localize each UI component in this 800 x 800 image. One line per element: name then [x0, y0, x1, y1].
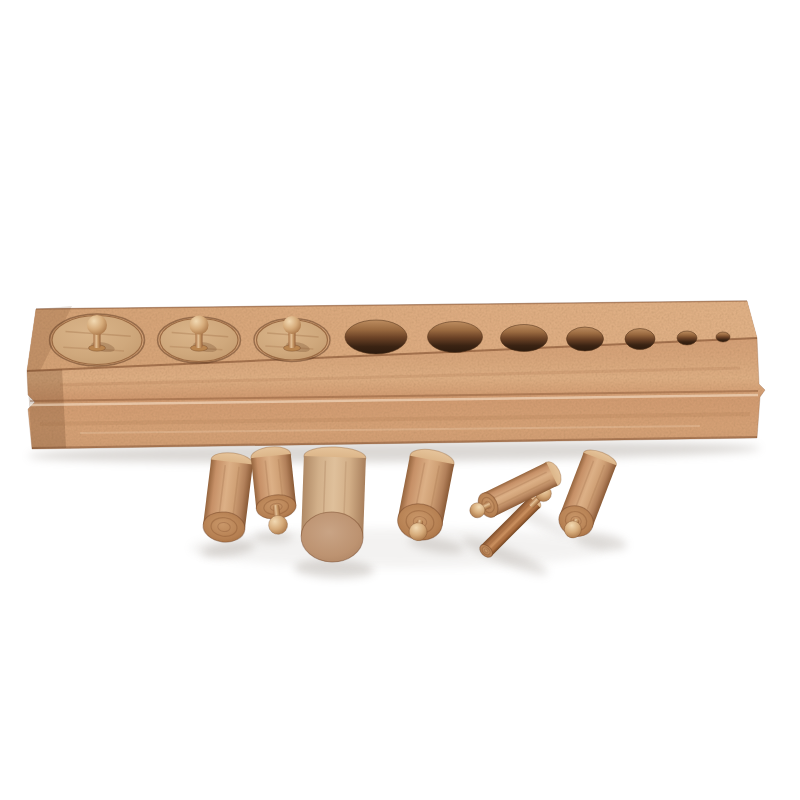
- socket-5-empty-hole: [428, 322, 483, 353]
- socket-10-empty-hole: [716, 332, 730, 342]
- socket-8-empty-hole: [625, 329, 655, 350]
- knob-ball: [190, 316, 209, 335]
- scene-canvas: [0, 0, 800, 800]
- loose-cylinder-c: [300, 446, 366, 563]
- socket-1-inserted-cylinder: [50, 314, 145, 366]
- loose-cylinder-a: [201, 451, 254, 545]
- socket-6-empty-hole: [501, 325, 548, 352]
- socket-9-empty-hole: [677, 331, 697, 345]
- socket-4-empty-hole: [345, 320, 407, 354]
- loose-cylinder-g: [553, 446, 618, 543]
- block-left-end-shade: [27, 369, 66, 449]
- cylinder-block: [20, 295, 770, 460]
- ground-shadows: [28, 438, 760, 580]
- knob-ball: [87, 315, 107, 335]
- product-photo-montessori-cylinder-block: [0, 0, 800, 800]
- socket-7-empty-hole: [567, 327, 604, 351]
- knob-ball: [283, 316, 301, 334]
